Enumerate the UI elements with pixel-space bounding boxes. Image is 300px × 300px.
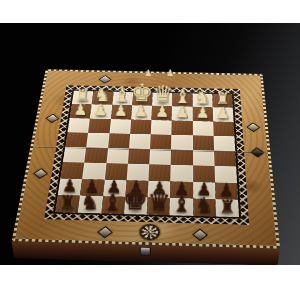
square[interactable]: ♜: [215, 199, 239, 217]
piece-white-pawn[interactable]: ♟: [134, 103, 148, 119]
miniature-pawn: ♟: [166, 69, 174, 78]
piece-white-pawn[interactable]: ♟: [196, 105, 210, 121]
miniature-pawn: ♟: [144, 69, 152, 78]
square[interactable]: ♟: [131, 105, 152, 119]
piece-black-rook[interactable]: ♜: [59, 193, 76, 212]
piece-black-knight[interactable]: ♞: [80, 191, 99, 212]
chess-board[interactable]: ♜♞♝♚♛♝♞♜♟♟♟♟♟♟♟♟♟♟♟♟♟♟♟♟♜♞♝♚♛♝♞♜: [53, 90, 241, 219]
piece-black-knight[interactable]: ♞: [195, 194, 214, 215]
square[interactable]: ♟: [90, 105, 112, 119]
square[interactable]: [108, 133, 130, 148]
square[interactable]: [193, 150, 215, 166]
piece-black-queen[interactable]: ♛: [147, 188, 171, 215]
piece-black-bishop[interactable]: ♝: [172, 193, 192, 215]
piece-white-pawn[interactable]: ♟: [175, 104, 189, 120]
square[interactable]: [171, 135, 192, 150]
piece-white-pawn[interactable]: ♟: [216, 105, 230, 121]
square[interactable]: ♟: [111, 105, 132, 119]
square[interactable]: [192, 135, 213, 150]
square[interactable]: ♟: [151, 106, 172, 120]
product-image: ♟ ♟ ♜♞♝♚♛♝♞♜♟♟♟♟♟♟♟♟♟♟♟♟♟♟♟♟♜♞♝♚♛♝♞♜: [0, 0, 300, 300]
square[interactable]: ♟: [70, 104, 92, 118]
square[interactable]: ♞: [78, 195, 103, 213]
scene: ♟ ♟ ♜♞♝♚♛♝♞♜♟♟♟♟♟♟♟♟♟♟♟♟♟♟♟♟♜♞♝♚♛♝♞♜: [0, 23, 300, 265]
square[interactable]: [213, 136, 235, 151]
piece-white-pawn[interactable]: ♟: [94, 102, 108, 118]
square[interactable]: ♞: [193, 198, 216, 216]
chess-box: ♟ ♟ ♜♞♝♚♛♝♞♜♟♟♟♟♟♟♟♟♟♟♟♟♟♟♟♟♜♞♝♚♛♝♞♜: [12, 69, 280, 248]
piece-black-bishop[interactable]: ♝: [103, 191, 123, 213]
square[interactable]: [150, 134, 172, 149]
square[interactable]: [86, 133, 109, 148]
square[interactable]: ♟: [192, 107, 213, 121]
square[interactable]: ♛: [147, 197, 170, 215]
square[interactable]: ♝: [170, 198, 193, 216]
piece-white-pawn[interactable]: ♟: [155, 104, 169, 120]
piece-black-rook[interactable]: ♜: [219, 197, 236, 216]
photo-background: ♟ ♟ ♜♞♝♚♛♝♞♜♟♟♟♟♟♟♟♟♟♟♟♟♟♟♟♟♜♞♝♚♛♝♞♜: [0, 23, 300, 265]
metal-clasp-icon: [140, 247, 151, 256]
box-top-face: ♟ ♟ ♜♞♝♚♛♝♞♜♟♟♟♟♟♟♟♟♟♟♟♟♟♟♟♟♜♞♝♚♛♝♞♜: [12, 69, 280, 248]
square[interactable]: [129, 134, 151, 149]
square[interactable]: ♚: [124, 197, 148, 215]
square[interactable]: ♟: [172, 106, 193, 120]
square[interactable]: [65, 132, 88, 147]
square[interactable]: ♜: [55, 195, 80, 213]
piece-black-king[interactable]: ♚: [123, 185, 149, 214]
piece-white-pawn[interactable]: ♟: [114, 103, 128, 119]
piece-white-pawn[interactable]: ♟: [73, 102, 87, 118]
